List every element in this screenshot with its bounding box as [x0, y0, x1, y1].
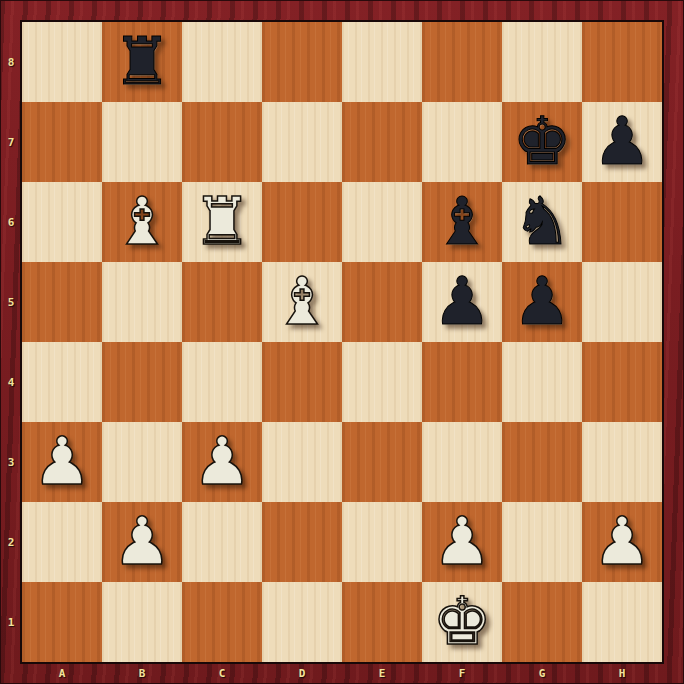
square-e7[interactable] [342, 102, 422, 182]
square-c4[interactable] [182, 342, 262, 422]
file-label-g: G [502, 662, 582, 684]
square-e4[interactable] [342, 342, 422, 422]
rank-label-6: 6 [0, 182, 22, 262]
square-c7[interactable] [182, 102, 262, 182]
file-label-f: F [422, 662, 502, 684]
square-h6[interactable] [582, 182, 662, 262]
square-g6[interactable]: ♞ [502, 182, 582, 262]
square-a7[interactable] [22, 102, 102, 182]
square-c5[interactable] [182, 262, 262, 342]
square-e8[interactable] [342, 22, 422, 102]
file-label-b: B [102, 662, 182, 684]
white-king[interactable]: ♚ [432, 582, 491, 662]
square-b4[interactable] [102, 342, 182, 422]
square-b2[interactable]: ♟ [102, 502, 182, 582]
square-d6[interactable] [262, 182, 342, 262]
file-label-c: C [182, 662, 262, 684]
black-pawn[interactable]: ♟ [512, 262, 571, 342]
square-a2[interactable] [22, 502, 102, 582]
black-knight[interactable]: ♞ [512, 182, 571, 262]
square-c1[interactable] [182, 582, 262, 662]
square-h7[interactable]: ♟ [582, 102, 662, 182]
white-rook[interactable]: ♜ [192, 182, 251, 262]
white-bishop[interactable]: ♝ [272, 262, 331, 342]
rank-label-2: 2 [0, 502, 22, 582]
square-a3[interactable]: ♟ [22, 422, 102, 502]
black-king[interactable]: ♚ [512, 102, 571, 182]
rank-labels: 87654321 [0, 22, 22, 662]
square-b8[interactable]: ♜ [102, 22, 182, 102]
white-pawn[interactable]: ♟ [432, 502, 491, 582]
square-d7[interactable] [262, 102, 342, 182]
square-b6[interactable]: ♝ [102, 182, 182, 262]
square-f8[interactable] [422, 22, 502, 102]
square-d5[interactable]: ♝ [262, 262, 342, 342]
square-g4[interactable] [502, 342, 582, 422]
white-pawn[interactable]: ♟ [192, 422, 251, 502]
square-f3[interactable] [422, 422, 502, 502]
square-h2[interactable]: ♟ [582, 502, 662, 582]
chess-board: ♜♚♟♝♜♝♞♝♟♟♟♟♟♟♟♚ [22, 22, 662, 662]
square-g2[interactable] [502, 502, 582, 582]
square-h3[interactable] [582, 422, 662, 502]
square-c6[interactable]: ♜ [182, 182, 262, 262]
rank-label-7: 7 [0, 102, 22, 182]
square-b7[interactable] [102, 102, 182, 182]
white-pawn[interactable]: ♟ [112, 502, 171, 582]
square-d1[interactable] [262, 582, 342, 662]
white-pawn[interactable]: ♟ [592, 502, 651, 582]
square-a1[interactable] [22, 582, 102, 662]
square-h1[interactable] [582, 582, 662, 662]
chess-board-frame: 87654321 ♜♚♟♝♜♝♞♝♟♟♟♟♟♟♟♚ ABCDEFGH [0, 0, 684, 684]
white-bishop[interactable]: ♝ [112, 182, 171, 262]
file-labels: ABCDEFGH [22, 662, 662, 684]
square-f5[interactable]: ♟ [422, 262, 502, 342]
square-a4[interactable] [22, 342, 102, 422]
rank-label-3: 3 [0, 422, 22, 502]
square-c2[interactable] [182, 502, 262, 582]
file-label-a: A [22, 662, 102, 684]
square-d3[interactable] [262, 422, 342, 502]
square-g8[interactable] [502, 22, 582, 102]
square-d8[interactable] [262, 22, 342, 102]
square-h5[interactable] [582, 262, 662, 342]
square-g1[interactable] [502, 582, 582, 662]
file-label-e: E [342, 662, 422, 684]
square-g5[interactable]: ♟ [502, 262, 582, 342]
square-d2[interactable] [262, 502, 342, 582]
rank-label-8: 8 [0, 22, 22, 102]
black-pawn[interactable]: ♟ [592, 102, 651, 182]
black-rook[interactable]: ♜ [112, 22, 171, 102]
square-b5[interactable] [102, 262, 182, 342]
file-label-h: H [582, 662, 662, 684]
square-c3[interactable]: ♟ [182, 422, 262, 502]
square-f7[interactable] [422, 102, 502, 182]
rank-label-5: 5 [0, 262, 22, 342]
black-bishop[interactable]: ♝ [432, 182, 491, 262]
square-e5[interactable] [342, 262, 422, 342]
square-f6[interactable]: ♝ [422, 182, 502, 262]
square-g7[interactable]: ♚ [502, 102, 582, 182]
square-b3[interactable] [102, 422, 182, 502]
white-pawn[interactable]: ♟ [32, 422, 91, 502]
square-a8[interactable] [22, 22, 102, 102]
square-e1[interactable] [342, 582, 422, 662]
square-e2[interactable] [342, 502, 422, 582]
square-h8[interactable] [582, 22, 662, 102]
square-a6[interactable] [22, 182, 102, 262]
square-f2[interactable]: ♟ [422, 502, 502, 582]
square-c8[interactable] [182, 22, 262, 102]
square-a5[interactable] [22, 262, 102, 342]
square-g3[interactable] [502, 422, 582, 502]
square-f4[interactable] [422, 342, 502, 422]
file-label-d: D [262, 662, 342, 684]
square-d4[interactable] [262, 342, 342, 422]
square-f1[interactable]: ♚ [422, 582, 502, 662]
square-e6[interactable] [342, 182, 422, 262]
square-h4[interactable] [582, 342, 662, 422]
rank-label-1: 1 [0, 582, 22, 662]
square-b1[interactable] [102, 582, 182, 662]
square-e3[interactable] [342, 422, 422, 502]
black-pawn[interactable]: ♟ [432, 262, 491, 342]
rank-label-4: 4 [0, 342, 22, 422]
